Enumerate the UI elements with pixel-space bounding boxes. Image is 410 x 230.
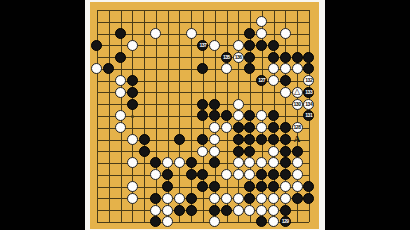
black-stone bbox=[197, 99, 208, 110]
black-stone-move-133: 133 bbox=[303, 87, 314, 98]
white-stone bbox=[244, 169, 255, 180]
white-stone bbox=[280, 181, 291, 192]
white-stone bbox=[233, 205, 244, 216]
black-stone bbox=[233, 146, 244, 157]
black-stone bbox=[244, 28, 255, 39]
black-stone bbox=[197, 63, 208, 74]
black-stone bbox=[221, 205, 232, 216]
black-stone bbox=[268, 134, 279, 145]
black-stone bbox=[256, 40, 267, 51]
black-stone bbox=[186, 205, 197, 216]
white-stone bbox=[209, 122, 220, 133]
black-stone bbox=[139, 134, 150, 145]
black-stone bbox=[233, 122, 244, 133]
black-stone bbox=[186, 193, 197, 204]
black-stone bbox=[280, 146, 291, 157]
black-stone bbox=[244, 181, 255, 192]
move-number-label: 135 bbox=[223, 55, 230, 60]
white-stone bbox=[233, 110, 244, 121]
white-stone bbox=[256, 16, 267, 27]
white-stone-triangle-marked: △ bbox=[292, 87, 303, 98]
black-stone bbox=[244, 63, 255, 74]
black-stone bbox=[150, 216, 161, 227]
black-stone bbox=[209, 110, 220, 121]
black-stone bbox=[150, 193, 161, 204]
white-stone bbox=[209, 193, 220, 204]
black-stone bbox=[280, 205, 291, 216]
white-stone bbox=[256, 157, 267, 168]
black-stone bbox=[303, 52, 314, 63]
black-stone bbox=[115, 28, 126, 39]
black-stone bbox=[221, 110, 232, 121]
black-stone bbox=[209, 205, 220, 216]
move-number-label: 127 bbox=[258, 78, 265, 83]
white-stone bbox=[150, 169, 161, 180]
black-stone bbox=[244, 134, 255, 145]
white-stone bbox=[233, 169, 244, 180]
white-stone bbox=[209, 134, 220, 145]
move-number-label: 136 bbox=[235, 55, 242, 60]
black-stone bbox=[197, 134, 208, 145]
white-stone bbox=[268, 157, 279, 168]
diagram-page: 137135136127132△133130134131128129A bbox=[85, 0, 325, 230]
black-stone bbox=[233, 134, 244, 145]
white-stone bbox=[150, 28, 161, 39]
letterbox-right bbox=[325, 0, 410, 230]
white-stone bbox=[256, 193, 267, 204]
white-stone bbox=[221, 63, 232, 74]
black-stone bbox=[186, 169, 197, 180]
black-stone bbox=[244, 122, 255, 133]
black-stone bbox=[244, 193, 255, 204]
white-stone-move-132: 132 bbox=[303, 75, 314, 86]
white-stone bbox=[233, 99, 244, 110]
black-stone bbox=[303, 63, 314, 74]
black-stone bbox=[244, 110, 255, 121]
triangle-mark-icon: △ bbox=[294, 88, 300, 96]
white-stone bbox=[280, 63, 291, 74]
black-stone bbox=[197, 181, 208, 192]
black-stone bbox=[186, 157, 197, 168]
black-stone bbox=[162, 181, 173, 192]
white-stone bbox=[115, 110, 126, 121]
white-stone bbox=[280, 193, 291, 204]
black-stone bbox=[127, 99, 138, 110]
black-stone bbox=[268, 169, 279, 180]
black-stone bbox=[280, 134, 291, 145]
black-stone bbox=[150, 157, 161, 168]
go-board[interactable]: 137135136127132△133130134131128129A bbox=[90, 2, 319, 229]
white-stone bbox=[268, 193, 279, 204]
white-stone bbox=[127, 181, 138, 192]
white-stone bbox=[186, 28, 197, 39]
black-stone bbox=[197, 110, 208, 121]
black-stone bbox=[139, 146, 150, 157]
white-stone bbox=[292, 169, 303, 180]
move-number-label: 134 bbox=[305, 102, 312, 107]
black-stone bbox=[292, 193, 303, 204]
black-stone bbox=[268, 181, 279, 192]
star-point bbox=[131, 115, 134, 118]
move-number-label: 128 bbox=[294, 125, 301, 130]
white-stone bbox=[256, 110, 267, 121]
move-number-label: 132 bbox=[305, 78, 312, 83]
white-stone-move-128: 128 bbox=[292, 122, 303, 133]
move-number-label: 137 bbox=[199, 43, 206, 48]
white-stone bbox=[256, 205, 267, 216]
white-stone bbox=[127, 134, 138, 145]
black-stone bbox=[91, 40, 102, 51]
white-stone bbox=[292, 63, 303, 74]
white-stone bbox=[197, 146, 208, 157]
black-stone bbox=[292, 52, 303, 63]
go-diagram-screenshot: 137135136127132△133130134131128129A bbox=[0, 0, 410, 230]
black-stone bbox=[162, 169, 173, 180]
white-stone-move-130: 130 bbox=[292, 99, 303, 110]
black-stone bbox=[303, 181, 314, 192]
white-stone bbox=[162, 193, 173, 204]
black-stone bbox=[244, 146, 255, 157]
white-stone bbox=[221, 169, 232, 180]
white-stone bbox=[268, 216, 279, 227]
black-stone bbox=[280, 169, 291, 180]
white-stone bbox=[162, 157, 173, 168]
white-stone bbox=[115, 75, 126, 86]
move-number-label: 130 bbox=[294, 102, 301, 107]
white-stone bbox=[280, 28, 291, 39]
white-stone-move-134: 134 bbox=[303, 99, 314, 110]
white-stone bbox=[233, 157, 244, 168]
black-stone bbox=[127, 87, 138, 98]
black-stone bbox=[280, 157, 291, 168]
white-stone bbox=[268, 75, 279, 86]
white-stone bbox=[221, 122, 232, 133]
black-stone bbox=[256, 169, 267, 180]
black-stone bbox=[244, 52, 255, 63]
black-stone bbox=[280, 75, 291, 86]
white-stone bbox=[292, 157, 303, 168]
black-stone bbox=[209, 181, 220, 192]
white-stone bbox=[162, 216, 173, 227]
white-stone bbox=[233, 193, 244, 204]
white-stone bbox=[115, 122, 126, 133]
white-stone bbox=[162, 205, 173, 216]
white-stone bbox=[292, 181, 303, 192]
black-stone bbox=[292, 146, 303, 157]
black-stone bbox=[256, 216, 267, 227]
white-stone bbox=[174, 193, 185, 204]
white-stone bbox=[280, 87, 291, 98]
white-stone bbox=[115, 87, 126, 98]
black-stone bbox=[197, 169, 208, 180]
white-stone bbox=[244, 157, 255, 168]
black-stone-move-137: 137 bbox=[197, 40, 208, 51]
white-stone bbox=[127, 193, 138, 204]
black-stone-move-129: 129 bbox=[280, 216, 291, 227]
black-stone bbox=[268, 110, 279, 121]
white-stone bbox=[256, 122, 267, 133]
black-stone bbox=[256, 181, 267, 192]
black-stone bbox=[303, 193, 314, 204]
white-stone bbox=[209, 146, 220, 157]
black-stone-move-135: 135 bbox=[221, 52, 232, 63]
white-stone bbox=[127, 40, 138, 51]
white-stone bbox=[268, 205, 279, 216]
point-label-A: A bbox=[294, 135, 301, 144]
black-stone bbox=[115, 52, 126, 63]
black-stone-move-131: 131 bbox=[303, 110, 314, 121]
white-stone bbox=[268, 146, 279, 157]
black-stone bbox=[127, 75, 138, 86]
black-stone bbox=[280, 122, 291, 133]
black-stone bbox=[268, 122, 279, 133]
black-stone bbox=[174, 205, 185, 216]
white-stone bbox=[244, 205, 255, 216]
move-number-label: 133 bbox=[305, 90, 312, 95]
white-stone bbox=[209, 216, 220, 227]
black-stone bbox=[268, 52, 279, 63]
black-stone bbox=[244, 40, 255, 51]
black-stone-move-127: 127 bbox=[256, 75, 267, 86]
white-stone bbox=[233, 40, 244, 51]
white-stone bbox=[150, 205, 161, 216]
black-stone bbox=[209, 99, 220, 110]
white-stone bbox=[174, 157, 185, 168]
letterbox-left bbox=[0, 0, 85, 230]
white-stone bbox=[268, 63, 279, 74]
move-number-label: 131 bbox=[305, 113, 312, 118]
black-stone bbox=[174, 134, 185, 145]
white-stone bbox=[221, 193, 232, 204]
move-number-label: 129 bbox=[282, 219, 289, 224]
white-stone bbox=[209, 40, 220, 51]
black-stone bbox=[209, 157, 220, 168]
black-stone bbox=[103, 63, 114, 74]
white-stone-move-136: 136 bbox=[233, 52, 244, 63]
black-stone bbox=[256, 134, 267, 145]
white-stone bbox=[127, 157, 138, 168]
white-stone bbox=[256, 28, 267, 39]
black-stone bbox=[268, 40, 279, 51]
black-stone bbox=[280, 52, 291, 63]
white-stone bbox=[91, 63, 102, 74]
